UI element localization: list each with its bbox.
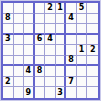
sudoku-frame: 21584364128482793 xyxy=(0,0,101,101)
cell-r3c9[interactable] xyxy=(87,24,98,35)
given-cell-r7c3[interactable]: 4 xyxy=(24,66,35,77)
cell-r6c8[interactable] xyxy=(77,56,88,67)
cell-r8c5[interactable] xyxy=(45,77,56,88)
given-cell-r8c1[interactable]: 2 xyxy=(3,77,14,88)
cell-r6c6[interactable] xyxy=(56,56,67,67)
given-cell-r2c7[interactable]: 4 xyxy=(66,14,77,25)
cell-r5c6[interactable] xyxy=(56,45,67,56)
cell-r8c6[interactable] xyxy=(56,77,67,88)
given-cell-r5c9[interactable]: 2 xyxy=(87,45,98,56)
cell-r5c2[interactable] xyxy=(14,45,25,56)
cell-r2c5[interactable] xyxy=(45,14,56,25)
cell-r3c5[interactable] xyxy=(45,24,56,35)
cell-r6c9[interactable] xyxy=(87,56,98,67)
cell-r7c2[interactable] xyxy=(14,66,25,77)
cell-r1c4[interactable] xyxy=(35,3,46,14)
cell-r4c9[interactable] xyxy=(87,35,98,46)
given-cell-r6c7[interactable]: 8 xyxy=(66,56,77,67)
cell-r4c2[interactable] xyxy=(14,35,25,46)
cell-r5c1[interactable] xyxy=(3,45,14,56)
cell-r2c2[interactable] xyxy=(14,14,25,25)
cell-r3c1[interactable] xyxy=(3,24,14,35)
cell-r6c4[interactable] xyxy=(35,56,46,67)
cell-r6c2[interactable] xyxy=(14,56,25,67)
given-cell-r2c1[interactable]: 8 xyxy=(3,14,14,25)
given-cell-r9c6[interactable]: 3 xyxy=(56,87,67,98)
cell-r7c7[interactable] xyxy=(66,66,77,77)
cell-r7c5[interactable] xyxy=(45,66,56,77)
cell-r6c3[interactable] xyxy=(24,56,35,67)
cell-r8c9[interactable] xyxy=(87,77,98,88)
cell-r6c5[interactable] xyxy=(45,56,56,67)
cell-r4c8[interactable] xyxy=(77,35,88,46)
given-cell-r4c1[interactable]: 3 xyxy=(3,35,14,46)
cell-r1c7[interactable] xyxy=(66,3,77,14)
cell-r1c1[interactable] xyxy=(3,3,14,14)
cell-r9c2[interactable] xyxy=(14,87,25,98)
cell-r4c6[interactable] xyxy=(56,35,67,46)
sudoku-board: 21584364128482793 xyxy=(1,1,100,100)
cell-r5c3[interactable] xyxy=(24,45,35,56)
cell-r7c1[interactable] xyxy=(3,66,14,77)
cell-r1c9[interactable] xyxy=(87,3,98,14)
cell-r7c9[interactable] xyxy=(87,66,98,77)
given-cell-r9c3[interactable]: 9 xyxy=(24,87,35,98)
cell-r2c3[interactable] xyxy=(24,14,35,25)
cell-r9c4[interactable] xyxy=(35,87,46,98)
given-cell-r8c7[interactable]: 7 xyxy=(66,77,77,88)
cell-r8c2[interactable] xyxy=(14,77,25,88)
cell-r3c8[interactable] xyxy=(77,24,88,35)
cell-r8c4[interactable] xyxy=(35,77,46,88)
cell-r1c3[interactable] xyxy=(24,3,35,14)
cell-r9c5[interactable] xyxy=(45,87,56,98)
cell-r7c6[interactable] xyxy=(56,66,67,77)
cell-r4c7[interactable] xyxy=(66,35,77,46)
cell-r3c6[interactable] xyxy=(56,24,67,35)
cell-r8c8[interactable] xyxy=(77,77,88,88)
given-cell-r9c9[interactable] xyxy=(87,87,98,98)
cell-r1c2[interactable] xyxy=(14,3,25,14)
given-cell-r1c5[interactable]: 2 xyxy=(45,3,56,14)
given-cell-r7c4[interactable]: 8 xyxy=(35,66,46,77)
cell-r8c3[interactable] xyxy=(24,77,35,88)
cell-r2c4[interactable] xyxy=(35,14,46,25)
given-cell-r4c5[interactable]: 4 xyxy=(45,35,56,46)
cell-r9c7[interactable] xyxy=(66,87,77,98)
cell-r9c8[interactable] xyxy=(77,87,88,98)
cell-r9c1[interactable] xyxy=(3,87,14,98)
given-cell-r5c8[interactable]: 1 xyxy=(77,45,88,56)
cell-r2c6[interactable] xyxy=(56,14,67,25)
cell-r3c2[interactable] xyxy=(14,24,25,35)
cell-r5c5[interactable] xyxy=(45,45,56,56)
cell-r6c1[interactable] xyxy=(3,56,14,67)
given-cell-r1c6[interactable]: 1 xyxy=(56,3,67,14)
cell-r3c4[interactable] xyxy=(35,24,46,35)
cell-r3c7[interactable] xyxy=(66,24,77,35)
cell-r2c9[interactable] xyxy=(87,14,98,25)
cell-r7c8[interactable] xyxy=(77,66,88,77)
cell-r3c3[interactable] xyxy=(24,24,35,35)
cell-r5c4[interactable] xyxy=(35,45,46,56)
cell-r2c8[interactable] xyxy=(77,14,88,25)
given-cell-r1c8[interactable]: 5 xyxy=(77,3,88,14)
given-cell-r4c4[interactable]: 6 xyxy=(35,35,46,46)
cell-r4c3[interactable] xyxy=(24,35,35,46)
